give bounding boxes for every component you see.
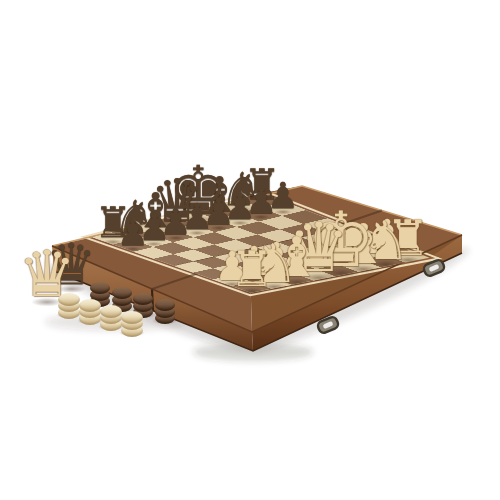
- checker-stack-light-2: [79, 299, 101, 325]
- checker-stack-light-4: [121, 311, 143, 337]
- checker-disc: [90, 282, 110, 294]
- checker-disc: [100, 305, 122, 318]
- piece-white-rook-a1: ♜: [230, 245, 274, 294]
- checker-disc: [112, 287, 132, 299]
- checker-disc: [121, 311, 143, 324]
- checker-disc: [133, 293, 153, 305]
- checker-disc: [58, 293, 80, 306]
- checker-stack-light-1: [58, 293, 80, 319]
- checker-disc: [79, 299, 101, 312]
- piece-black-pawn-a7: ♟: [117, 215, 149, 251]
- checker-disc: [155, 299, 175, 311]
- chess-set-photo: ♜♞♟♝♟♚♟♛♟♝♟♞♟♜♟♟♟♟♜♟♞♟♝♟♚♟♛♟♝♟♞♛♜♛: [0, 0, 500, 500]
- checker-stack-light-3: [100, 305, 122, 331]
- checker-stack-dark-4: [155, 299, 175, 324]
- pieces-layer: ♜♞♟♝♟♚♟♛♟♝♟♞♟♜♟♟♟♟♜♟♞♟♝♟♚♟♛♟♝♟♞♛♜♛: [0, 0, 500, 500]
